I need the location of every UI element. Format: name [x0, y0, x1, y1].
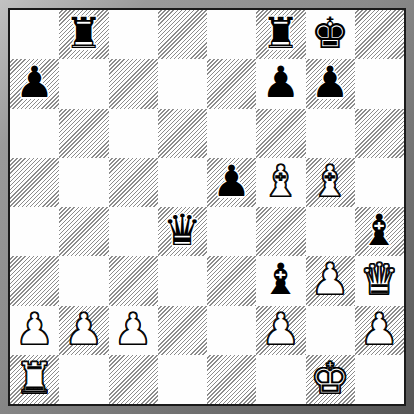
square-f7[interactable]: ♟: [256, 59, 305, 108]
black-bishop-piece[interactable]: ♝: [360, 209, 399, 252]
square-b2[interactable]: ♟: [59, 306, 108, 355]
square-d3[interactable]: [158, 256, 207, 305]
square-e6[interactable]: [207, 109, 256, 158]
square-e3[interactable]: [207, 256, 256, 305]
square-c5[interactable]: [109, 158, 158, 207]
square-e5[interactable]: ♟: [207, 158, 256, 207]
chess-board: ♜♜♚♟♟♟♟♝♝♛♝♝♟♛♟♟♟♟♟♜♚: [10, 10, 404, 404]
square-e1[interactable]: [207, 355, 256, 404]
white-bishop-piece[interactable]: ♝: [311, 160, 350, 203]
black-pawn-piece[interactable]: ♟: [212, 160, 251, 203]
square-h3[interactable]: ♛: [355, 256, 404, 305]
square-a1[interactable]: ♜: [10, 355, 59, 404]
black-pawn-piece[interactable]: ♟: [15, 61, 54, 104]
square-h7[interactable]: [355, 59, 404, 108]
square-b4[interactable]: [59, 207, 108, 256]
square-b3[interactable]: [59, 256, 108, 305]
square-e4[interactable]: [207, 207, 256, 256]
square-h1[interactable]: [355, 355, 404, 404]
white-pawn-piece[interactable]: ♟: [311, 258, 350, 301]
black-queen-piece[interactable]: ♛: [163, 209, 202, 252]
square-f4[interactable]: [256, 207, 305, 256]
white-pawn-piece[interactable]: ♟: [360, 308, 399, 351]
square-g6[interactable]: [306, 109, 355, 158]
square-g4[interactable]: [306, 207, 355, 256]
square-c8[interactable]: [109, 10, 158, 59]
square-g8[interactable]: ♚: [306, 10, 355, 59]
square-g1[interactable]: ♚: [306, 355, 355, 404]
square-h5[interactable]: [355, 158, 404, 207]
square-a2[interactable]: ♟: [10, 306, 59, 355]
square-h4[interactable]: ♝: [355, 207, 404, 256]
square-f1[interactable]: [256, 355, 305, 404]
square-b1[interactable]: [59, 355, 108, 404]
square-c7[interactable]: [109, 59, 158, 108]
square-c1[interactable]: [109, 355, 158, 404]
white-queen-piece[interactable]: ♛: [360, 258, 399, 301]
black-pawn-piece[interactable]: ♟: [262, 61, 301, 104]
board-frame: ♜♜♚♟♟♟♟♝♝♛♝♝♟♛♟♟♟♟♟♜♚: [0, 0, 414, 414]
square-a3[interactable]: [10, 256, 59, 305]
square-f8[interactable]: ♜: [256, 10, 305, 59]
square-g5[interactable]: ♝: [306, 158, 355, 207]
square-f6[interactable]: [256, 109, 305, 158]
white-pawn-piece[interactable]: ♟: [114, 308, 153, 351]
square-b8[interactable]: ♜: [59, 10, 108, 59]
square-b5[interactable]: [59, 158, 108, 207]
board-inner-border: ♜♜♚♟♟♟♟♝♝♛♝♝♟♛♟♟♟♟♟♜♚: [8, 8, 406, 406]
black-king-piece[interactable]: ♚: [311, 12, 350, 55]
white-rook-piece[interactable]: ♜: [15, 357, 54, 400]
square-g2[interactable]: [306, 306, 355, 355]
square-d7[interactable]: [158, 59, 207, 108]
black-bishop-piece[interactable]: ♝: [262, 258, 301, 301]
square-e8[interactable]: [207, 10, 256, 59]
black-rook-piece[interactable]: ♜: [262, 12, 301, 55]
black-pawn-piece[interactable]: ♟: [311, 61, 350, 104]
square-h6[interactable]: [355, 109, 404, 158]
square-a7[interactable]: ♟: [10, 59, 59, 108]
white-pawn-piece[interactable]: ♟: [65, 308, 104, 351]
square-d6[interactable]: [158, 109, 207, 158]
square-d2[interactable]: [158, 306, 207, 355]
square-d4[interactable]: ♛: [158, 207, 207, 256]
square-c4[interactable]: [109, 207, 158, 256]
square-c2[interactable]: ♟: [109, 306, 158, 355]
square-f5[interactable]: ♝: [256, 158, 305, 207]
white-pawn-piece[interactable]: ♟: [262, 308, 301, 351]
square-b7[interactable]: [59, 59, 108, 108]
square-a5[interactable]: [10, 158, 59, 207]
square-f3[interactable]: ♝: [256, 256, 305, 305]
square-a6[interactable]: [10, 109, 59, 158]
square-g3[interactable]: ♟: [306, 256, 355, 305]
square-h8[interactable]: [355, 10, 404, 59]
square-d8[interactable]: [158, 10, 207, 59]
square-d1[interactable]: [158, 355, 207, 404]
square-h2[interactable]: ♟: [355, 306, 404, 355]
square-e2[interactable]: [207, 306, 256, 355]
square-b6[interactable]: [59, 109, 108, 158]
square-f2[interactable]: ♟: [256, 306, 305, 355]
white-pawn-piece[interactable]: ♟: [15, 308, 54, 351]
square-a8[interactable]: [10, 10, 59, 59]
square-c3[interactable]: [109, 256, 158, 305]
square-c6[interactable]: [109, 109, 158, 158]
black-rook-piece[interactable]: ♜: [65, 12, 104, 55]
square-d5[interactable]: [158, 158, 207, 207]
white-king-piece[interactable]: ♚: [311, 357, 350, 400]
white-bishop-piece[interactable]: ♝: [262, 160, 301, 203]
square-g7[interactable]: ♟: [306, 59, 355, 108]
square-e7[interactable]: [207, 59, 256, 108]
square-a4[interactable]: [10, 207, 59, 256]
